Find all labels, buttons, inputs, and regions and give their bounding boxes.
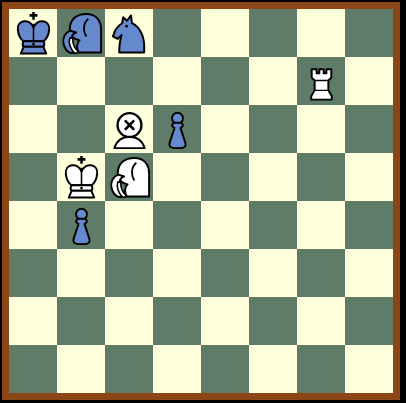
black-pawn-piece[interactable] (154, 106, 201, 153)
square-g5[interactable] (297, 153, 345, 201)
square-f8[interactable] (249, 9, 297, 57)
square-g8[interactable] (297, 9, 345, 57)
square-a4[interactable] (9, 201, 57, 249)
square-b7[interactable] (57, 57, 105, 105)
square-f7[interactable] (249, 57, 297, 105)
square-d1[interactable] (153, 345, 201, 393)
square-h4[interactable] (345, 201, 393, 249)
square-d7[interactable] (153, 57, 201, 105)
square-c6[interactable] (105, 105, 153, 153)
square-a6[interactable] (9, 105, 57, 153)
square-f3[interactable] (249, 249, 297, 297)
square-c4[interactable] (105, 201, 153, 249)
square-e6[interactable] (201, 105, 249, 153)
square-a2[interactable] (9, 297, 57, 345)
square-h3[interactable] (345, 249, 393, 297)
square-g4[interactable] (297, 201, 345, 249)
square-c8[interactable] (105, 9, 153, 57)
square-c7[interactable] (105, 57, 153, 105)
square-b1[interactable] (57, 345, 105, 393)
white-cannon-piece[interactable] (106, 106, 153, 153)
square-f5[interactable] (249, 153, 297, 201)
square-g1[interactable] (297, 345, 345, 393)
square-d3[interactable] (153, 249, 201, 297)
board-frame (2, 2, 400, 400)
black-king-piece[interactable] (10, 10, 57, 57)
square-h6[interactable] (345, 105, 393, 153)
square-c3[interactable] (105, 249, 153, 297)
square-f6[interactable] (249, 105, 297, 153)
square-g7[interactable] (297, 57, 345, 105)
square-h8[interactable] (345, 9, 393, 57)
white-rook-piece[interactable] (298, 58, 345, 105)
square-e8[interactable] (201, 9, 249, 57)
square-e5[interactable] (201, 153, 249, 201)
square-e7[interactable] (201, 57, 249, 105)
square-a5[interactable] (9, 153, 57, 201)
square-f2[interactable] (249, 297, 297, 345)
square-d8[interactable] (153, 9, 201, 57)
square-d5[interactable] (153, 153, 201, 201)
square-b5[interactable] (57, 153, 105, 201)
black-pawn-piece[interactable] (58, 202, 105, 249)
square-c5[interactable] (105, 153, 153, 201)
white-king-piece[interactable] (58, 154, 105, 201)
square-a1[interactable] (9, 345, 57, 393)
square-b4[interactable] (57, 201, 105, 249)
square-b6[interactable] (57, 105, 105, 153)
square-a3[interactable] (9, 249, 57, 297)
square-d2[interactable] (153, 297, 201, 345)
square-f1[interactable] (249, 345, 297, 393)
square-e4[interactable] (201, 201, 249, 249)
square-b8[interactable] (57, 9, 105, 57)
white-elephant-piece[interactable] (106, 154, 153, 201)
square-e2[interactable] (201, 297, 249, 345)
square-b2[interactable] (57, 297, 105, 345)
square-d4[interactable] (153, 201, 201, 249)
square-c1[interactable] (105, 345, 153, 393)
square-e1[interactable] (201, 345, 249, 393)
square-c2[interactable] (105, 297, 153, 345)
square-h1[interactable] (345, 345, 393, 393)
square-d6[interactable] (153, 105, 201, 153)
square-b3[interactable] (57, 249, 105, 297)
square-h2[interactable] (345, 297, 393, 345)
black-knight-piece[interactable] (106, 10, 153, 57)
square-h5[interactable] (345, 153, 393, 201)
square-a7[interactable] (9, 57, 57, 105)
black-elephant-piece[interactable] (58, 10, 105, 57)
chess-board (9, 9, 393, 393)
square-g3[interactable] (297, 249, 345, 297)
square-e3[interactable] (201, 249, 249, 297)
square-h7[interactable] (345, 57, 393, 105)
square-f4[interactable] (249, 201, 297, 249)
square-g6[interactable] (297, 105, 345, 153)
square-a8[interactable] (9, 9, 57, 57)
square-g2[interactable] (297, 297, 345, 345)
